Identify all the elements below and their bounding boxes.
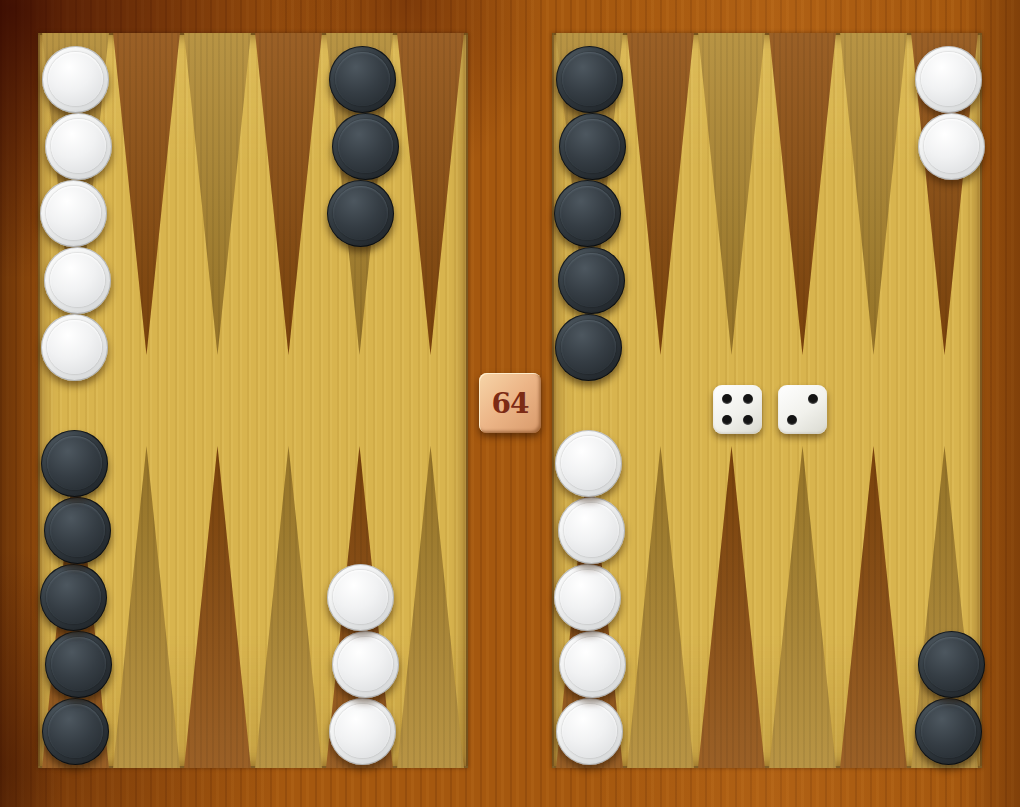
white-checker[interactable] — [332, 631, 399, 698]
white-checker[interactable] — [40, 180, 107, 247]
black-checker[interactable] — [329, 46, 396, 113]
white-checker[interactable] — [42, 46, 109, 113]
white-checker[interactable] — [554, 564, 621, 631]
die-pip — [743, 394, 753, 404]
board-right-half — [552, 33, 982, 768]
black-checker[interactable] — [918, 631, 985, 698]
black-checker[interactable] — [555, 314, 622, 381]
die-pip — [808, 394, 818, 404]
point-top-left-3[interactable] — [182, 33, 253, 355]
white-checker[interactable] — [329, 698, 396, 765]
point-bottom-left-3[interactable] — [182, 446, 253, 768]
white-checker[interactable] — [915, 46, 982, 113]
point-bottom-right-3[interactable] — [696, 446, 767, 768]
point-bottom-right-4[interactable] — [767, 446, 838, 768]
white-checker[interactable] — [559, 631, 626, 698]
die-pip — [787, 415, 797, 425]
black-checker[interactable] — [332, 113, 399, 180]
black-checker[interactable] — [915, 698, 982, 765]
point-top-left-6[interactable] — [395, 33, 466, 355]
black-checker[interactable] — [42, 698, 109, 765]
white-checker[interactable] — [41, 314, 108, 381]
board-left-half — [38, 33, 468, 768]
point-bottom-left-4[interactable] — [253, 446, 324, 768]
white-checker[interactable] — [918, 113, 985, 180]
point-top-right-3[interactable] — [696, 33, 767, 355]
black-checker[interactable] — [559, 113, 626, 180]
point-top-right-4[interactable] — [767, 33, 838, 355]
die-pip — [722, 415, 732, 425]
white-checker[interactable] — [556, 698, 623, 765]
point-top-left-2[interactable] — [111, 33, 182, 355]
die-pip — [722, 394, 732, 404]
point-bottom-right-5[interactable] — [838, 446, 909, 768]
white-checker[interactable] — [558, 497, 625, 564]
black-checker[interactable] — [554, 180, 621, 247]
die-showing-4[interactable] — [713, 385, 762, 434]
white-checker[interactable] — [327, 564, 394, 631]
black-checker[interactable] — [556, 46, 623, 113]
black-checker[interactable] — [44, 497, 111, 564]
black-checker[interactable] — [558, 247, 625, 314]
black-checker[interactable] — [45, 631, 112, 698]
white-checker[interactable] — [555, 430, 622, 497]
doubling-cube-value: 64 — [492, 387, 529, 420]
point-top-right-5[interactable] — [838, 33, 909, 355]
point-bottom-right-2[interactable] — [625, 446, 696, 768]
white-checker[interactable] — [44, 247, 111, 314]
die-pip — [743, 415, 753, 425]
black-checker[interactable] — [41, 430, 108, 497]
point-bottom-left-6[interactable] — [395, 446, 466, 768]
black-checker[interactable] — [40, 564, 107, 631]
die-showing-2[interactable] — [778, 385, 827, 434]
backgammon-table: 64 — [0, 0, 1020, 807]
doubling-cube[interactable]: 64 — [479, 373, 541, 433]
point-bottom-left-2[interactable] — [111, 446, 182, 768]
black-checker[interactable] — [327, 180, 394, 247]
point-top-left-4[interactable] — [253, 33, 324, 355]
white-checker[interactable] — [45, 113, 112, 180]
point-top-right-2[interactable] — [625, 33, 696, 355]
